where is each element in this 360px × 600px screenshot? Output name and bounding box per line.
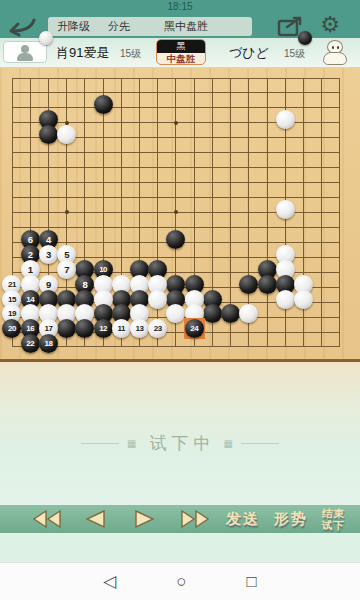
- end-trial-button[interactable]: 结束 试下: [322, 505, 345, 533]
- end-trial-line1: 结束: [322, 507, 345, 519]
- player-right-name: づひど: [229, 38, 269, 68]
- black-stone: [39, 125, 58, 144]
- black-stone: [203, 304, 222, 323]
- status-bar: 18:15: [0, 0, 360, 14]
- trial-banner: ▦ 试下中 ▦: [0, 432, 360, 455]
- end-trial-line2: 试下: [322, 519, 345, 531]
- black-stone: [239, 275, 258, 294]
- result-badge-text: 中盘胜: [157, 53, 205, 65]
- black-stone: 12: [94, 319, 113, 338]
- player-bar: 肖91爱是 15级 黑 中盘胜 づひど 15级: [0, 38, 360, 68]
- black-stone: [75, 319, 94, 338]
- trial-zone: ▦ 试下中 ▦: [0, 362, 360, 505]
- white-stone: 23: [148, 319, 167, 338]
- black-stone: [258, 275, 277, 294]
- white-stone: [276, 110, 295, 129]
- toolbar: 发送 形势 结束 试下: [0, 505, 360, 533]
- player-left-rank: 15级: [120, 38, 141, 68]
- white-stone: 11: [112, 319, 131, 338]
- banner-line-right: [241, 443, 279, 444]
- black-stone: [57, 319, 76, 338]
- black-stone: 18: [39, 334, 58, 353]
- black-stone: 24: [185, 319, 204, 338]
- white-stone: [239, 304, 258, 323]
- black-stone: [94, 95, 113, 114]
- profile-card[interactable]: [3, 41, 47, 63]
- player-left-name: 肖91爱是: [56, 38, 109, 68]
- analysis-button[interactable]: 形势: [274, 505, 308, 533]
- white-stone: 7: [57, 260, 76, 279]
- go-board[interactable]: 642108142016122422183517219151917111323: [0, 68, 360, 362]
- player-right-rank: 15级: [284, 38, 305, 68]
- nav-home-icon[interactable]: ○: [176, 563, 186, 600]
- rewind-icon: [32, 509, 62, 529]
- result-badge-color: 黑: [157, 40, 205, 53]
- avatar[interactable]: [318, 40, 352, 66]
- trial-status-text: 试下中: [150, 432, 216, 455]
- white-stone: [276, 200, 295, 219]
- app-screen: 18:15 升降级 分先 黑中盘胜: [0, 0, 360, 600]
- status-time: 18:15: [167, 1, 192, 12]
- result-badge: 黑 中盘胜: [156, 39, 206, 65]
- white-stone: [57, 125, 76, 144]
- board-ornament-icon: ▦: [224, 438, 233, 449]
- bottom-strip: [0, 533, 360, 562]
- black-stone: 20: [2, 319, 21, 338]
- black-stone: [221, 304, 240, 323]
- white-stone: [166, 304, 185, 323]
- banner-line-left: [81, 443, 119, 444]
- rewind-button[interactable]: [32, 505, 62, 533]
- person-icon: [17, 45, 33, 61]
- black-stone: [166, 230, 185, 249]
- back-button[interactable]: [4, 14, 38, 38]
- handicap-label: 分先: [108, 19, 130, 34]
- rule-label: 升降级: [57, 19, 90, 34]
- step-forward-button[interactable]: [132, 505, 158, 533]
- result-label: 黑中盘胜: [164, 19, 208, 34]
- game-info-pill: 升降级 分先 黑中盘胜: [48, 17, 252, 36]
- white-stone-indicator: [39, 31, 53, 45]
- black-stone: 22: [21, 334, 40, 353]
- settings-button[interactable]: ⚙: [314, 11, 346, 39]
- nav-recent-icon[interactable]: □: [247, 563, 257, 600]
- gear-icon: ⚙: [320, 12, 340, 37]
- android-nav-bar: ◁ ○ □: [0, 562, 360, 600]
- board-ornament-icon: ▦: [127, 438, 136, 449]
- step-forward-icon: [132, 509, 158, 529]
- nav-back-icon[interactable]: ◁: [103, 563, 116, 600]
- white-stone: 3: [39, 245, 58, 264]
- white-stone: [276, 290, 295, 309]
- fast-forward-icon: [180, 509, 210, 529]
- white-stone: [148, 290, 167, 309]
- white-stone: [294, 290, 313, 309]
- send-button[interactable]: 发送: [226, 505, 260, 533]
- stones-layer: 642108142016122422183517219151917111323: [3, 71, 349, 355]
- step-back-icon: [82, 509, 108, 529]
- fast-forward-button[interactable]: [180, 505, 210, 533]
- step-back-button[interactable]: [82, 505, 108, 533]
- white-stone: 13: [130, 319, 149, 338]
